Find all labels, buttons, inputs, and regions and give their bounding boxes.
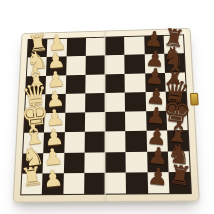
square (167, 130, 189, 151)
square (105, 172, 126, 193)
square (64, 112, 85, 132)
square (45, 94, 65, 114)
square (126, 151, 147, 172)
square (168, 151, 190, 172)
square (105, 37, 125, 56)
square (125, 55, 145, 74)
square (105, 131, 126, 152)
square (165, 72, 186, 91)
square (86, 38, 105, 57)
square (84, 173, 105, 194)
fold-seam (104, 31, 106, 201)
square (22, 153, 43, 174)
square (64, 132, 85, 152)
square (105, 92, 125, 112)
square (105, 152, 126, 173)
square (105, 73, 125, 92)
square (85, 74, 105, 93)
square (125, 73, 145, 92)
square (28, 39, 48, 57)
square (125, 111, 146, 131)
square (125, 92, 146, 112)
square (165, 91, 186, 111)
square (84, 132, 105, 152)
square (147, 172, 169, 194)
square (144, 36, 164, 55)
square (24, 113, 45, 133)
chess-set-photo: ♜♟♟♜♞♟♟♞♝♟♟♝♛♟♟♛♚♟♟♚♝♟♟♝♞♟♟♞♜♟♟♜ (0, 0, 214, 214)
square (125, 131, 146, 152)
square (126, 172, 148, 193)
square (164, 53, 185, 72)
square (147, 151, 169, 172)
square (145, 91, 166, 111)
square (27, 57, 47, 76)
square (47, 39, 67, 57)
square (84, 152, 105, 173)
square (85, 93, 105, 113)
square (146, 111, 167, 131)
square (166, 110, 188, 130)
square (105, 55, 125, 74)
square (46, 75, 66, 94)
square (66, 38, 86, 56)
square (44, 113, 65, 133)
square (145, 72, 166, 91)
square (46, 57, 66, 76)
square (63, 173, 84, 194)
square (163, 35, 184, 54)
square (146, 131, 167, 152)
square (23, 133, 44, 153)
chess-board (13, 28, 200, 203)
square (26, 75, 46, 94)
square (66, 56, 86, 75)
square (65, 93, 85, 113)
square (105, 112, 125, 132)
square (124, 36, 144, 55)
square (63, 152, 84, 173)
square (43, 132, 64, 152)
square (168, 172, 190, 194)
brass-clasp-icon (190, 93, 199, 106)
square (85, 112, 105, 132)
square (144, 54, 164, 73)
square (43, 152, 64, 173)
square (25, 94, 45, 113)
square (42, 173, 63, 194)
square (65, 74, 85, 93)
square (85, 56, 105, 75)
square (21, 173, 43, 194)
